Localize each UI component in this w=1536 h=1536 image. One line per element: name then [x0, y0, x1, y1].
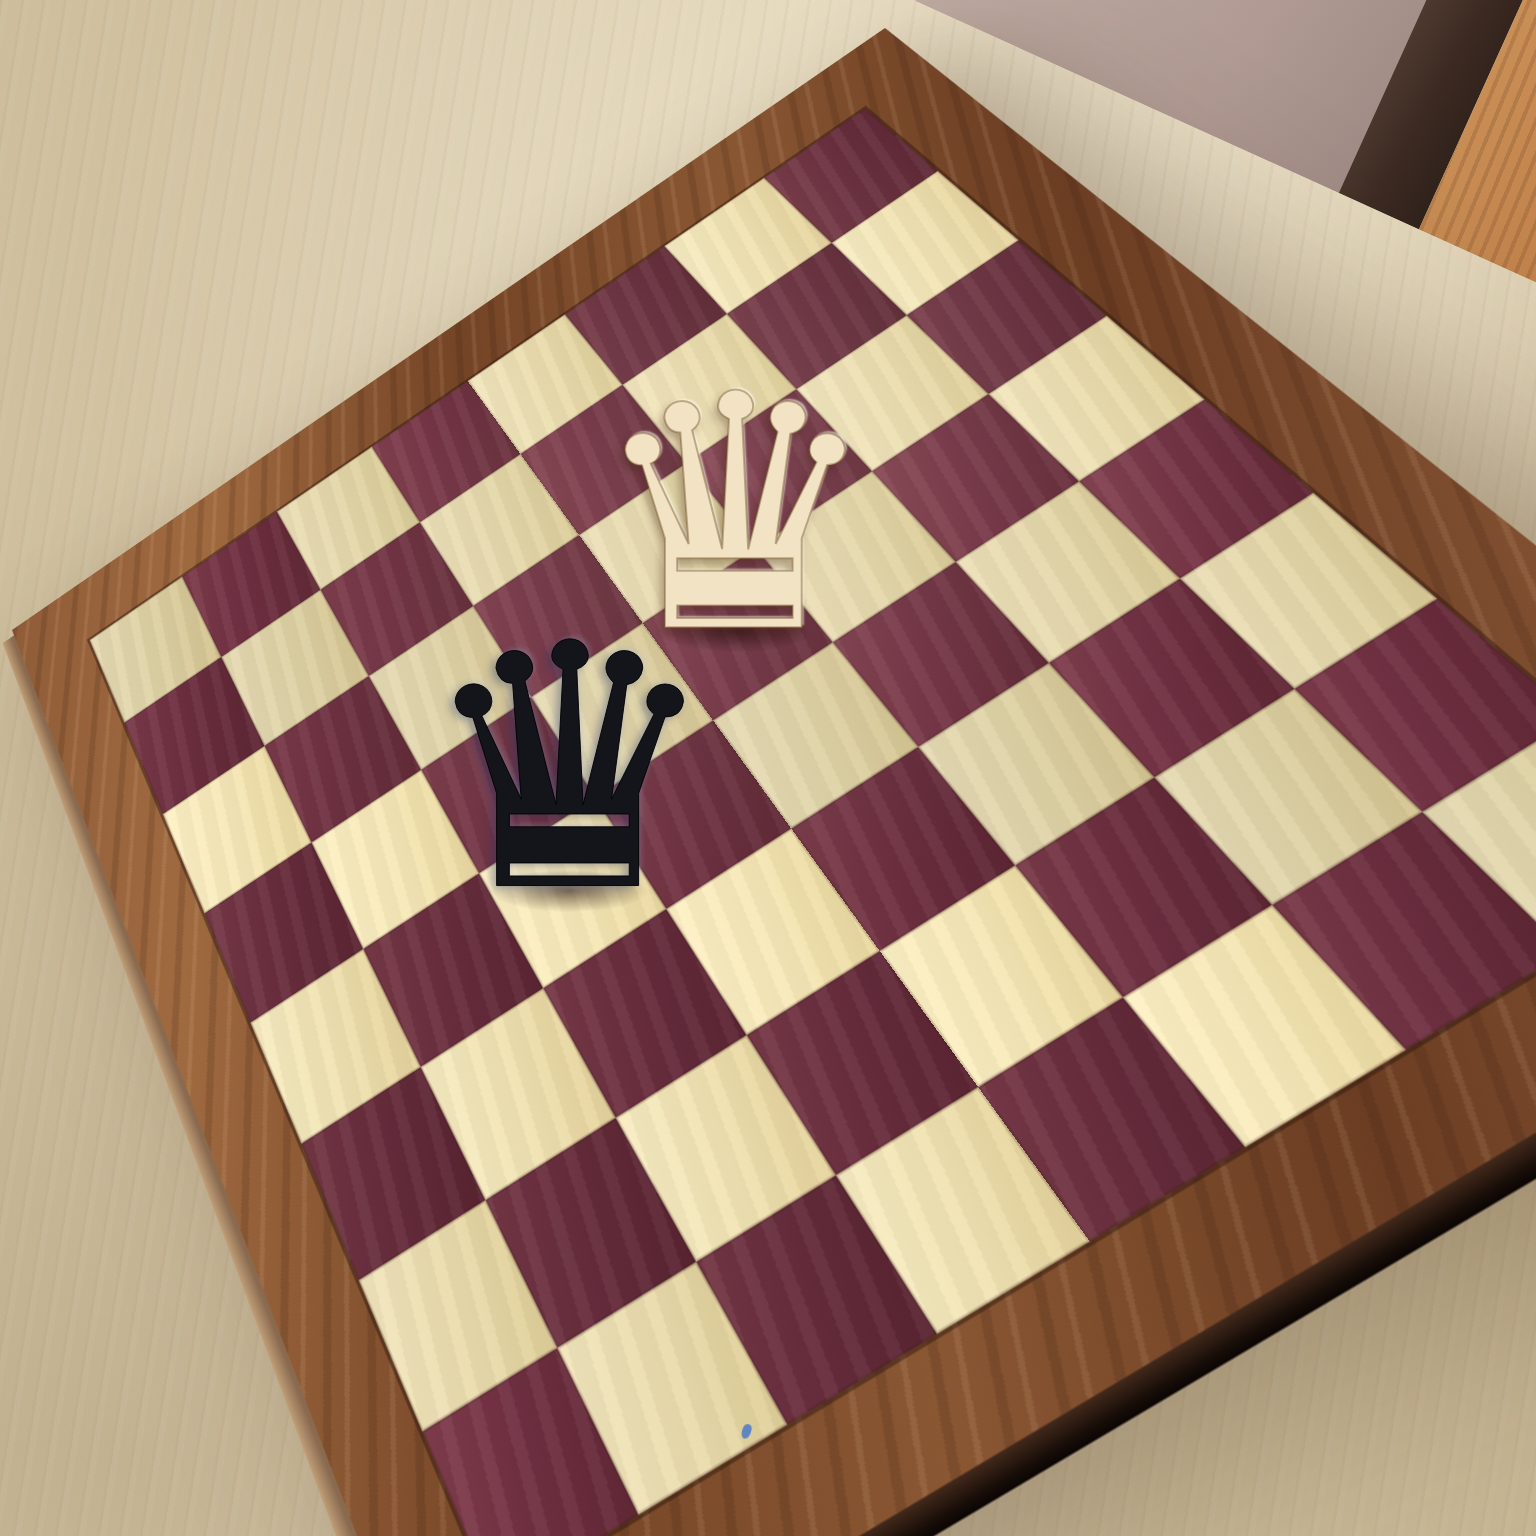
black-queen-glyph: ♛ [418, 601, 721, 939]
